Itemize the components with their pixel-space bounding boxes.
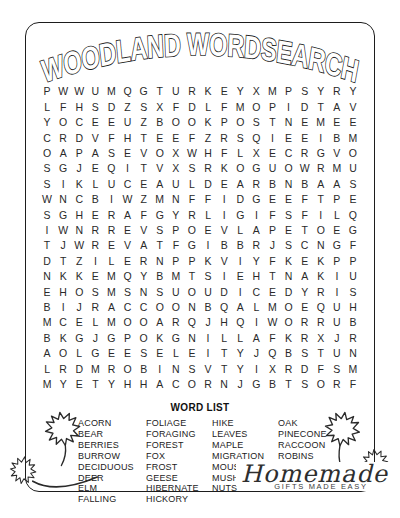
grid-cell-r9c12[interactable]: I (216, 207, 232, 222)
grid-cell-r6c10[interactable]: S (184, 161, 200, 176)
grid-cell-r3c14[interactable]: S (248, 115, 264, 130)
grid-cell-r15c7[interactable]: C (136, 300, 152, 315)
grid-cell-r8c3[interactable]: C (71, 192, 87, 207)
grid-cell-r17c3[interactable]: G (71, 330, 87, 345)
grid-cell-r18c4[interactable]: G (87, 346, 103, 361)
grid-cell-r4c18[interactable]: I (313, 130, 329, 145)
grid-cell-r7c7[interactable]: E (136, 176, 152, 191)
grid-cell-r17c15[interactable]: F (264, 330, 280, 345)
grid-cell-r15c5[interactable]: A (103, 300, 119, 315)
grid-cell-r5c17[interactable]: R (297, 146, 313, 161)
grid-cell-r8c14[interactable]: G (248, 192, 264, 207)
grid-cell-r11c12[interactable]: B (216, 238, 232, 253)
grid-cell-r13c6[interactable]: Q (120, 269, 136, 284)
grid-cell-r2c13[interactable]: M (232, 99, 248, 114)
grid-cell-r17c9[interactable]: G (168, 330, 184, 345)
grid-cell-r3c1[interactable]: Y (39, 115, 55, 130)
grid-cell-r14c6[interactable]: S (120, 284, 136, 299)
grid-cell-r19c14[interactable]: I (248, 361, 264, 376)
grid-cell-r4c15[interactable]: I (264, 130, 280, 145)
grid-cell-r19c12[interactable]: T (216, 361, 232, 376)
grid-cell-r1c12[interactable]: E (216, 84, 232, 99)
grid-cell-r1c4[interactable]: U (87, 84, 103, 99)
grid-cell-r7c10[interactable]: L (184, 176, 200, 191)
grid-cell-r16c14[interactable]: I (248, 315, 264, 330)
grid-cell-r1c9[interactable]: U (168, 84, 184, 99)
grid-cell-r7c2[interactable]: I (55, 176, 71, 191)
grid-cell-r15c8[interactable]: O (152, 300, 168, 315)
grid-cell-r3c11[interactable]: K (200, 115, 216, 130)
grid-cell-r13c10[interactable]: T (184, 269, 200, 284)
grid-cell-r1c17[interactable]: S (297, 84, 313, 99)
grid-cell-r9c17[interactable]: F (297, 207, 313, 222)
grid-cell-r16c10[interactable]: Q (184, 315, 200, 330)
grid-cell-r11c1[interactable]: T (39, 238, 55, 253)
grid-cell-r11c5[interactable]: E (103, 238, 119, 253)
grid-cell-r19c10[interactable]: S (184, 361, 200, 376)
grid-cell-r8c19[interactable]: P (329, 192, 345, 207)
grid-cell-r6c20[interactable]: U (345, 161, 361, 176)
grid-cell-r7c20[interactable]: S (345, 176, 361, 191)
grid-cell-r16c12[interactable]: H (216, 315, 232, 330)
grid-cell-r20c14[interactable]: G (248, 377, 264, 392)
grid-cell-r4c1[interactable]: C (39, 130, 55, 145)
grid-cell-r18c10[interactable]: E (184, 346, 200, 361)
grid-cell-r2c16[interactable]: I (281, 99, 297, 114)
grid-cell-r16c8[interactable]: A (152, 315, 168, 330)
grid-cell-r14c7[interactable]: N (136, 284, 152, 299)
grid-cell-r4c2[interactable]: R (55, 130, 71, 145)
grid-cell-r4c3[interactable]: D (71, 130, 87, 145)
grid-cell-r9c20[interactable]: Q (345, 207, 361, 222)
grid-cell-r20c9[interactable]: C (168, 377, 184, 392)
grid-cell-r3c16[interactable]: N (281, 115, 297, 130)
grid-cell-r5c8[interactable]: O (152, 146, 168, 161)
grid-cell-r6c9[interactable]: X (168, 161, 184, 176)
grid-cell-r13c19[interactable]: I (329, 269, 345, 284)
grid-cell-r8c2[interactable]: N (55, 192, 71, 207)
grid-cell-r15c19[interactable]: U (329, 300, 345, 315)
grid-cell-r16c4[interactable]: L (87, 315, 103, 330)
grid-cell-r11c20[interactable]: F (345, 238, 361, 253)
grid-cell-r14c20[interactable]: S (345, 284, 361, 299)
grid-cell-r20c19[interactable]: R (329, 377, 345, 392)
grid-cell-r1c7[interactable]: G (136, 84, 152, 99)
grid-cell-r8c16[interactable]: E (281, 192, 297, 207)
grid-cell-r18c9[interactable]: L (168, 346, 184, 361)
grid-cell-r12c11[interactable]: K (200, 253, 216, 268)
grid-cell-r15c16[interactable]: O (281, 300, 297, 315)
grid-cell-r15c4[interactable]: R (87, 300, 103, 315)
grid-cell-r1c8[interactable]: T (152, 84, 168, 99)
grid-cell-r7c1[interactable]: S (39, 176, 55, 191)
grid-cell-r14c3[interactable]: O (71, 284, 87, 299)
grid-cell-r10c2[interactable]: W (55, 223, 71, 238)
grid-cell-r9c10[interactable]: R (184, 207, 200, 222)
grid-cell-r7c8[interactable]: A (152, 176, 168, 191)
grid-cell-r16c5[interactable]: M (103, 315, 119, 330)
grid-cell-r7c19[interactable]: A (329, 176, 345, 191)
grid-cell-r11c3[interactable]: W (71, 238, 87, 253)
grid-cell-r20c20[interactable]: F (345, 377, 361, 392)
grid-cell-r10c10[interactable]: O (184, 223, 200, 238)
grid-cell-r13c16[interactable]: N (281, 269, 297, 284)
grid-cell-r1c20[interactable]: Y (345, 84, 361, 99)
grid-cell-r17c16[interactable]: K (281, 330, 297, 345)
grid-cell-r8c5[interactable]: I (103, 192, 119, 207)
grid-cell-r18c17[interactable]: S (297, 346, 313, 361)
grid-cell-r10c19[interactable]: E (329, 223, 345, 238)
grid-cell-r20c11[interactable]: R (200, 377, 216, 392)
grid-cell-r19c13[interactable]: Y (232, 361, 248, 376)
grid-cell-r20c13[interactable]: J (232, 377, 248, 392)
grid-cell-r11c13[interactable]: B (232, 238, 248, 253)
grid-cell-r17c11[interactable]: I (200, 330, 216, 345)
grid-cell-r2c5[interactable]: D (103, 99, 119, 114)
grid-cell-r10c3[interactable]: N (71, 223, 87, 238)
grid-cell-r9c13[interactable]: G (232, 207, 248, 222)
grid-cell-r15c12[interactable]: Q (216, 300, 232, 315)
grid-cell-r1c16[interactable]: P (281, 84, 297, 99)
grid-cell-r16c7[interactable]: O (136, 315, 152, 330)
grid-cell-r10c17[interactable]: T (297, 223, 313, 238)
grid-cell-r11c11[interactable]: I (200, 238, 216, 253)
grid-cell-r18c8[interactable]: E (152, 346, 168, 361)
grid-cell-r6c18[interactable]: R (313, 161, 329, 176)
grid-cell-r3c9[interactable]: O (168, 115, 184, 130)
grid-cell-r19c16[interactable]: R (281, 361, 297, 376)
grid-cell-r6c1[interactable]: S (39, 161, 55, 176)
grid-cell-r5c12[interactable]: F (216, 146, 232, 161)
grid-cell-r3c8[interactable]: B (152, 115, 168, 130)
grid-cell-r4c6[interactable]: H (120, 130, 136, 145)
grid-cell-r8c18[interactable]: T (313, 192, 329, 207)
grid-cell-r14c9[interactable]: U (168, 284, 184, 299)
grid-cell-r6c15[interactable]: U (264, 161, 280, 176)
grid-cell-r13c14[interactable]: H (248, 269, 264, 284)
grid-cell-r18c18[interactable]: T (313, 346, 329, 361)
grid-cell-r12c6[interactable]: E (120, 253, 136, 268)
grid-cell-r4c11[interactable]: Z (200, 130, 216, 145)
grid-cell-r5c20[interactable]: O (345, 146, 361, 161)
grid-cell-r1c14[interactable]: X (248, 84, 264, 99)
grid-cell-r16c16[interactable]: O (281, 315, 297, 330)
grid-cell-r6c12[interactable]: K (216, 161, 232, 176)
grid-cell-r6c13[interactable]: O (232, 161, 248, 176)
grid-cell-r10c13[interactable]: L (232, 223, 248, 238)
grid-cell-r2c15[interactable]: P (264, 99, 280, 114)
grid-cell-r1c3[interactable]: W (71, 84, 87, 99)
grid-cell-r12c13[interactable]: I (232, 253, 248, 268)
grid-cell-r9c18[interactable]: I (313, 207, 329, 222)
grid-cell-r8c17[interactable]: F (297, 192, 313, 207)
grid-cell-r20c3[interactable]: E (71, 377, 87, 392)
grid-cell-r11c19[interactable]: G (329, 238, 345, 253)
grid-cell-r16c17[interactable]: R (297, 315, 313, 330)
grid-cell-r11c14[interactable]: R (248, 238, 264, 253)
grid-cell-r19c19[interactable]: S (329, 361, 345, 376)
grid-cell-r13c20[interactable]: U (345, 269, 361, 284)
grid-cell-r7c12[interactable]: E (216, 176, 232, 191)
grid-cell-r13c12[interactable]: I (216, 269, 232, 284)
grid-cell-r13c15[interactable]: T (264, 269, 280, 284)
grid-cell-r7c17[interactable]: B (297, 176, 313, 191)
grid-cell-r18c11[interactable]: I (200, 346, 216, 361)
grid-cell-r15c20[interactable]: H (345, 300, 361, 315)
grid-cell-r9c19[interactable]: L (329, 207, 345, 222)
grid-cell-r8c7[interactable]: Z (136, 192, 152, 207)
grid-cell-r17c1[interactable]: B (39, 330, 55, 345)
grid-cell-r12c10[interactable]: P (184, 253, 200, 268)
grid-cell-r8c15[interactable]: E (264, 192, 280, 207)
grid-cell-r11c6[interactable]: V (120, 238, 136, 253)
grid-cell-r7c5[interactable]: U (103, 176, 119, 191)
grid-cell-r17c5[interactable]: G (103, 330, 119, 345)
grid-cell-r1c15[interactable]: M (264, 84, 280, 99)
grid-cell-r6c2[interactable]: G (55, 161, 71, 176)
grid-cell-r1c13[interactable]: Y (232, 84, 248, 99)
grid-cell-r4c19[interactable]: B (329, 130, 345, 145)
grid-cell-r5c5[interactable]: S (103, 146, 119, 161)
grid-cell-r1c19[interactable]: R (329, 84, 345, 99)
grid-cell-r16c2[interactable]: C (55, 315, 71, 330)
grid-cell-r2c19[interactable]: A (329, 99, 345, 114)
grid-cell-r11c2[interactable]: J (55, 238, 71, 253)
grid-cell-r8c10[interactable]: F (184, 192, 200, 207)
grid-cell-r14c18[interactable]: R (313, 284, 329, 299)
grid-cell-r20c8[interactable]: A (152, 377, 168, 392)
grid-cell-r10c18[interactable]: O (313, 223, 329, 238)
grid-cell-r4c20[interactable]: M (345, 130, 361, 145)
grid-cell-r10c16[interactable]: E (281, 223, 297, 238)
grid-cell-r6c16[interactable]: O (281, 161, 297, 176)
grid-cell-r13c9[interactable]: M (168, 269, 184, 284)
grid-cell-r16c18[interactable]: R (313, 315, 329, 330)
grid-cell-r1c18[interactable]: Y (313, 84, 329, 99)
grid-cell-r11c16[interactable]: S (281, 238, 297, 253)
grid-cell-r11c7[interactable]: A (136, 238, 152, 253)
grid-cell-r9c16[interactable]: S (281, 207, 297, 222)
grid-cell-r20c4[interactable]: T (87, 377, 103, 392)
grid-cell-r3c19[interactable]: E (329, 115, 345, 130)
grid-cell-r20c5[interactable]: Y (103, 377, 119, 392)
grid-cell-r7c9[interactable]: U (168, 176, 184, 191)
grid-cell-r17c19[interactable]: J (329, 330, 345, 345)
grid-cell-r3c5[interactable]: E (103, 115, 119, 130)
grid-cell-r12c18[interactable]: K (313, 253, 329, 268)
grid-cell-r11c9[interactable]: F (168, 238, 184, 253)
grid-cell-r19c11[interactable]: V (200, 361, 216, 376)
grid-cell-r7c15[interactable]: B (264, 176, 280, 191)
grid-cell-r7c16[interactable]: N (281, 176, 297, 191)
grid-cell-r9c7[interactable]: F (136, 207, 152, 222)
grid-cell-r3c15[interactable]: T (264, 115, 280, 130)
grid-cell-r8c6[interactable]: W (120, 192, 136, 207)
grid-cell-r10c8[interactable]: S (152, 223, 168, 238)
grid-cell-r6c8[interactable]: V (152, 161, 168, 176)
grid-cell-r7c14[interactable]: R (248, 176, 264, 191)
grid-cell-r15c17[interactable]: E (297, 300, 313, 315)
grid-cell-r19c15[interactable]: X (264, 361, 280, 376)
grid-cell-r12c20[interactable]: P (345, 253, 361, 268)
grid-cell-r17c4[interactable]: J (87, 330, 103, 345)
grid-cell-r12c8[interactable]: N (152, 253, 168, 268)
grid-cell-r20c12[interactable]: N (216, 377, 232, 392)
grid-cell-r5c11[interactable]: H (200, 146, 216, 161)
grid-cell-r18c1[interactable]: A (39, 346, 55, 361)
grid-cell-r17c18[interactable]: X (313, 330, 329, 345)
grid-cell-r17c6[interactable]: P (120, 330, 136, 345)
grid-cell-r3c2[interactable]: O (55, 115, 71, 130)
grid-cell-r4c17[interactable]: E (297, 130, 313, 145)
grid-cell-r15c13[interactable]: A (232, 300, 248, 315)
grid-cell-r6c11[interactable]: R (200, 161, 216, 176)
grid-cell-r4c12[interactable]: R (216, 130, 232, 145)
grid-cell-r19c9[interactable]: N (168, 361, 184, 376)
grid-cell-r14c5[interactable]: M (103, 284, 119, 299)
grid-cell-r6c7[interactable]: T (136, 161, 152, 176)
grid-cell-r2c17[interactable]: D (297, 99, 313, 114)
grid-cell-r5c4[interactable]: A (87, 146, 103, 161)
grid-cell-r11c18[interactable]: N (313, 238, 329, 253)
grid-cell-r11c4[interactable]: R (87, 238, 103, 253)
grid-cell-r9c6[interactable]: A (120, 207, 136, 222)
grid-cell-r17c12[interactable]: L (216, 330, 232, 345)
grid-cell-r5c10[interactable]: W (184, 146, 200, 161)
grid-cell-r9c5[interactable]: R (103, 207, 119, 222)
grid-cell-r10c5[interactable]: R (103, 223, 119, 238)
grid-cell-r9c3[interactable]: H (71, 207, 87, 222)
grid-cell-r10c12[interactable]: V (216, 223, 232, 238)
grid-cell-r17c14[interactable]: A (248, 330, 264, 345)
grid-cell-r13c4[interactable]: E (87, 269, 103, 284)
grid-cell-r16c9[interactable]: R (168, 315, 184, 330)
grid-cell-r14c12[interactable]: D (216, 284, 232, 299)
grid-cell-r2c4[interactable]: S (87, 99, 103, 114)
grid-cell-r20c16[interactable]: T (281, 377, 297, 392)
grid-cell-r13c5[interactable]: M (103, 269, 119, 284)
grid-cell-r8c8[interactable]: M (152, 192, 168, 207)
grid-cell-r10c15[interactable]: P (264, 223, 280, 238)
grid-cell-r12c4[interactable]: I (87, 253, 103, 268)
grid-cell-r15c9[interactable]: O (168, 300, 184, 315)
grid-cell-r19c17[interactable]: D (297, 361, 313, 376)
grid-cell-r3c6[interactable]: U (120, 115, 136, 130)
grid-cell-r1c2[interactable]: W (55, 84, 71, 99)
grid-cell-r19c8[interactable]: I (152, 361, 168, 376)
grid-cell-r1c5[interactable]: M (103, 84, 119, 99)
grid-cell-r5c9[interactable]: X (168, 146, 184, 161)
grid-cell-r16c19[interactable]: U (329, 315, 345, 330)
grid-cell-r16c15[interactable]: W (264, 315, 280, 330)
grid-cell-r2c9[interactable]: F (168, 99, 184, 114)
grid-cell-r12c14[interactable]: Y (248, 253, 264, 268)
grid-cell-r14c16[interactable]: D (281, 284, 297, 299)
grid-cell-r9c8[interactable]: G (152, 207, 168, 222)
grid-cell-r18c6[interactable]: E (120, 346, 136, 361)
grid-cell-r18c12[interactable]: T (216, 346, 232, 361)
grid-cell-r16c11[interactable]: J (200, 315, 216, 330)
grid-cell-r20c18[interactable]: O (313, 377, 329, 392)
grid-cell-r11c15[interactable]: J (264, 238, 280, 253)
grid-cell-r4c10[interactable]: F (184, 130, 200, 145)
grid-cell-r7c6[interactable]: C (120, 176, 136, 191)
grid-cell-r5c13[interactable]: L (232, 146, 248, 161)
grid-cell-r19c2[interactable]: R (55, 361, 71, 376)
grid-cell-r13c17[interactable]: A (297, 269, 313, 284)
grid-cell-r9c4[interactable]: E (87, 207, 103, 222)
grid-cell-r19c1[interactable]: L (39, 361, 55, 376)
grid-cell-r14c10[interactable]: O (184, 284, 200, 299)
grid-cell-r2c10[interactable]: D (184, 99, 200, 114)
grid-cell-r5c15[interactable]: E (264, 146, 280, 161)
grid-cell-r2c6[interactable]: Z (120, 99, 136, 114)
grid-cell-r10c4[interactable]: R (87, 223, 103, 238)
grid-cell-r14c17[interactable]: Y (297, 284, 313, 299)
grid-cell-r12c3[interactable]: Z (71, 253, 87, 268)
grid-cell-r10c6[interactable]: E (120, 223, 136, 238)
grid-cell-r13c7[interactable]: Y (136, 269, 152, 284)
grid-cell-r3c7[interactable]: Z (136, 115, 152, 130)
grid-cell-r3c12[interactable]: P (216, 115, 232, 130)
grid-cell-r3c20[interactable]: E (345, 115, 361, 130)
grid-cell-r1c6[interactable]: Q (120, 84, 136, 99)
grid-cell-r8c1[interactable]: W (39, 192, 55, 207)
grid-cell-r18c16[interactable]: B (281, 346, 297, 361)
letter-grid[interactable]: PWWUMQGTURKEYXMPSYRYLFHSDZSXFDLFMOPIDTAV… (39, 84, 361, 392)
grid-cell-r9c11[interactable]: L (200, 207, 216, 222)
grid-cell-r11c10[interactable]: G (184, 238, 200, 253)
grid-cell-r13c2[interactable]: K (55, 269, 71, 284)
grid-cell-r2c2[interactable]: F (55, 99, 71, 114)
grid-cell-r2c3[interactable]: H (71, 99, 87, 114)
grid-cell-r12c2[interactable]: T (55, 253, 71, 268)
grid-cell-r15c15[interactable]: M (264, 300, 280, 315)
grid-cell-r9c14[interactable]: I (248, 207, 264, 222)
grid-cell-r17c2[interactable]: K (55, 330, 71, 345)
grid-cell-r4c13[interactable]: S (232, 130, 248, 145)
grid-cell-r17c8[interactable]: K (152, 330, 168, 345)
grid-cell-r17c13[interactable]: L (232, 330, 248, 345)
grid-cell-r4c9[interactable]: E (168, 130, 184, 145)
grid-cell-r19c6[interactable]: O (120, 361, 136, 376)
grid-cell-r20c6[interactable]: H (120, 377, 136, 392)
grid-cell-r10c1[interactable]: I (39, 223, 55, 238)
grid-cell-r18c14[interactable]: J (248, 346, 264, 361)
grid-cell-r12c19[interactable]: P (329, 253, 345, 268)
grid-cell-r2c8[interactable]: X (152, 99, 168, 114)
grid-cell-r14c1[interactable]: E (39, 284, 55, 299)
grid-cell-r3c18[interactable]: M (313, 115, 329, 130)
grid-cell-r7c3[interactable]: K (71, 176, 87, 191)
grid-cell-r7c18[interactable]: A (313, 176, 329, 191)
grid-cell-r5c2[interactable]: A (55, 146, 71, 161)
grid-cell-r17c20[interactable]: R (345, 330, 361, 345)
grid-cell-r5c16[interactable]: C (281, 146, 297, 161)
grid-cell-r9c2[interactable]: G (55, 207, 71, 222)
grid-cell-r14c8[interactable]: S (152, 284, 168, 299)
grid-cell-r2c1[interactable]: L (39, 99, 55, 114)
grid-cell-r18c5[interactable]: E (103, 346, 119, 361)
grid-cell-r19c20[interactable]: M (345, 361, 361, 376)
grid-cell-r10c11[interactable]: E (200, 223, 216, 238)
grid-cell-r18c2[interactable]: O (55, 346, 71, 361)
grid-cell-r1c1[interactable]: P (39, 84, 55, 99)
grid-cell-r8c13[interactable]: D (232, 192, 248, 207)
grid-cell-r16c3[interactable]: E (71, 315, 87, 330)
grid-cell-r14c14[interactable]: C (248, 284, 264, 299)
grid-cell-r6c4[interactable]: E (87, 161, 103, 176)
